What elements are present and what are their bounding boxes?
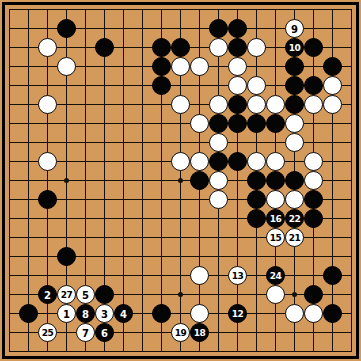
intersection [304,133,323,152]
intersection [114,95,133,114]
black-stone [247,171,266,190]
intersection [133,95,152,114]
white-stone [285,190,304,209]
black-stone [304,76,323,95]
white-stone-move-7: 7 [76,323,95,342]
move-number: 1 [63,309,70,319]
black-stone [323,304,342,323]
intersection [323,0,342,19]
intersection [285,342,304,361]
intersection [209,342,228,361]
move-number: 16 [270,215,282,224]
white-stone [190,114,209,133]
intersection [38,133,57,152]
intersection [304,342,323,361]
black-stone-move-6: 6 [95,323,114,342]
intersection [38,209,57,228]
black-stone [19,304,38,323]
intersection [0,133,19,152]
black-stone [228,114,247,133]
intersection [342,95,361,114]
white-stone [171,57,190,76]
intersection [0,152,19,171]
intersection [95,76,114,95]
intersection [209,228,228,247]
intersection [19,190,38,209]
intersection [190,247,209,266]
intersection [228,247,247,266]
white-stone [171,95,190,114]
white-stone [304,171,323,190]
intersection [342,342,361,361]
black-stone [323,266,342,285]
black-stone [304,285,323,304]
white-stone [209,95,228,114]
intersection [190,95,209,114]
intersection [342,76,361,95]
intersection [114,266,133,285]
intersection [19,95,38,114]
intersection [190,209,209,228]
black-stone-move-8: 8 [76,304,95,323]
intersection [304,266,323,285]
intersection [209,304,228,323]
intersection [133,57,152,76]
intersection [228,285,247,304]
intersection [76,133,95,152]
intersection [228,190,247,209]
intersection [57,171,76,190]
intersection [57,152,76,171]
intersection [171,114,190,133]
intersection [171,304,190,323]
intersection [133,266,152,285]
intersection [323,323,342,342]
intersection [0,38,19,57]
black-stone [304,38,323,57]
intersection [133,19,152,38]
intersection [247,19,266,38]
intersection [342,247,361,266]
intersection [152,133,171,152]
black-stone [171,38,190,57]
white-stone-move-1: 1 [57,304,76,323]
intersection [76,209,95,228]
intersection [304,247,323,266]
black-stone [209,114,228,133]
intersection [133,285,152,304]
intersection [0,0,19,19]
intersection [171,266,190,285]
intersection [0,342,19,361]
intersection [19,76,38,95]
intersection [19,247,38,266]
intersection [57,38,76,57]
intersection [304,0,323,19]
intersection [0,19,19,38]
intersection [266,76,285,95]
intersection [228,228,247,247]
intersection [133,304,152,323]
white-stone [190,304,209,323]
intersection [0,247,19,266]
intersection [95,95,114,114]
black-stone [228,19,247,38]
move-number: 4 [120,309,127,319]
white-stone [266,285,285,304]
intersection [342,209,361,228]
intersection [19,152,38,171]
intersection [190,76,209,95]
intersection [0,171,19,190]
black-stone-move-10: 10 [285,38,304,57]
intersection [95,114,114,133]
intersection [190,38,209,57]
intersection [133,190,152,209]
intersection [133,114,152,133]
intersection [342,323,361,342]
intersection [57,323,76,342]
white-stone [228,57,247,76]
intersection [114,209,133,228]
intersection [342,133,361,152]
intersection [95,0,114,19]
intersection [95,228,114,247]
white-stone-move-5: 5 [76,285,95,304]
intersection [38,0,57,19]
intersection [285,266,304,285]
black-stone [304,190,323,209]
intersection [76,266,95,285]
intersection [95,133,114,152]
intersection [152,209,171,228]
intersection [342,57,361,76]
intersection [76,190,95,209]
intersection [152,285,171,304]
intersection [133,0,152,19]
intersection [76,38,95,57]
intersection [228,171,247,190]
intersection [19,114,38,133]
intersection [152,114,171,133]
intersection [342,171,361,190]
intersection [38,114,57,133]
intersection [114,114,133,133]
intersection [323,228,342,247]
intersection [38,19,57,38]
intersection [19,133,38,152]
intersection [0,190,19,209]
black-stone-move-12: 12 [228,304,247,323]
white-stone [247,152,266,171]
intersection [76,57,95,76]
intersection [133,342,152,361]
intersection [19,228,38,247]
white-stone [304,304,323,323]
white-stone-move-19: 19 [171,323,190,342]
black-stone [285,95,304,114]
intersection [95,152,114,171]
intersection [57,76,76,95]
move-number: 27 [61,291,73,300]
intersection [323,152,342,171]
move-number: 5 [82,290,89,300]
white-stone [209,171,228,190]
intersection [152,19,171,38]
intersection [19,171,38,190]
intersection [342,19,361,38]
black-stone [266,114,285,133]
intersection [247,57,266,76]
move-number: 8 [82,309,89,319]
intersection [266,247,285,266]
intersection [171,209,190,228]
black-stone [190,171,209,190]
intersection [0,266,19,285]
intersection [38,342,57,361]
move-number: 2 [44,290,51,300]
intersection [342,152,361,171]
white-stone [190,152,209,171]
white-stone-move-15: 15 [266,228,285,247]
intersection [209,323,228,342]
intersection [266,0,285,19]
white-stone-move-3: 3 [95,304,114,323]
intersection [247,323,266,342]
intersection [133,209,152,228]
intersection [171,285,190,304]
intersection [152,171,171,190]
intersection [247,247,266,266]
move-number: 15 [270,234,282,243]
intersection [247,0,266,19]
intersection [171,76,190,95]
white-stone-move-9: 9 [285,19,304,38]
intersection [152,266,171,285]
intersection [171,190,190,209]
black-stone [247,114,266,133]
intersection [133,38,152,57]
intersection [323,285,342,304]
black-stone [266,171,285,190]
white-stone [38,95,57,114]
intersection [342,266,361,285]
move-number: 21 [289,234,301,243]
intersection [190,0,209,19]
move-number: 18 [194,329,206,338]
intersection [171,0,190,19]
white-stone [171,152,190,171]
intersection [285,285,304,304]
intersection [133,228,152,247]
intersection [57,228,76,247]
intersection [76,0,95,19]
black-stone-move-4: 4 [114,304,133,323]
black-stone [152,38,171,57]
intersection [0,209,19,228]
intersection [304,228,323,247]
black-stone [304,209,323,228]
intersection [57,209,76,228]
black-stone [38,190,57,209]
intersection [266,57,285,76]
intersection [0,76,19,95]
black-stone [57,247,76,266]
intersection [247,304,266,323]
intersection [57,133,76,152]
intersection [57,342,76,361]
intersection [95,57,114,76]
intersection [76,171,95,190]
intersection [266,19,285,38]
intersection [342,38,361,57]
intersection [209,209,228,228]
intersection [38,57,57,76]
black-stone [95,38,114,57]
black-stone-move-16: 16 [266,209,285,228]
intersection [57,0,76,19]
intersection [152,247,171,266]
black-stone [323,57,342,76]
intersection [266,38,285,57]
intersection [285,247,304,266]
intersection [0,285,19,304]
intersection [0,323,19,342]
intersection [95,209,114,228]
black-stone [57,19,76,38]
white-stone [266,95,285,114]
black-stone [228,38,247,57]
intersection [19,209,38,228]
intersection [209,266,228,285]
intersection [0,228,19,247]
intersection [0,95,19,114]
white-stone [247,38,266,57]
intersection [114,323,133,342]
white-stone [57,57,76,76]
intersection [152,190,171,209]
intersection [19,342,38,361]
intersection [323,114,342,133]
white-stone [304,152,323,171]
intersection [209,76,228,95]
intersection [171,247,190,266]
intersection [342,304,361,323]
intersection [247,228,266,247]
black-stone-move-24: 24 [266,266,285,285]
intersection [190,228,209,247]
move-number: 25 [42,329,54,338]
intersection [95,266,114,285]
intersection [285,323,304,342]
intersection [57,266,76,285]
intersection [76,95,95,114]
intersection [38,171,57,190]
intersection [152,342,171,361]
intersection [19,19,38,38]
move-number: 3 [101,309,108,319]
intersection [38,228,57,247]
intersection [95,190,114,209]
intersection [114,76,133,95]
intersection [323,190,342,209]
black-stone [228,152,247,171]
intersection [190,19,209,38]
black-stone [285,76,304,95]
intersection [190,133,209,152]
intersection [133,247,152,266]
intersection [152,95,171,114]
black-stone [247,209,266,228]
intersection [171,133,190,152]
intersection [95,171,114,190]
white-stone [228,76,247,95]
intersection [57,95,76,114]
intersection [76,247,95,266]
white-stone [285,304,304,323]
intersection [304,323,323,342]
intersection [114,228,133,247]
move-number: 12 [232,310,244,319]
intersection [152,152,171,171]
intersection [190,190,209,209]
intersection [19,323,38,342]
intersection [190,285,209,304]
intersection [342,228,361,247]
white-stone [209,38,228,57]
intersection [266,304,285,323]
black-stone-move-22: 22 [285,209,304,228]
intersection [209,57,228,76]
intersection [133,171,152,190]
white-stone [38,38,57,57]
intersection [38,266,57,285]
white-stone-move-27: 27 [57,285,76,304]
intersection [323,38,342,57]
intersection [285,0,304,19]
intersection [19,0,38,19]
white-stone [247,76,266,95]
intersection [133,133,152,152]
intersection [0,57,19,76]
move-number: 7 [82,328,89,338]
black-stone [209,19,228,38]
intersection [95,247,114,266]
intersection [114,38,133,57]
intersection [114,190,133,209]
intersection [114,247,133,266]
intersection [247,133,266,152]
intersection [171,171,190,190]
intersection [95,19,114,38]
intersection [323,171,342,190]
intersection [266,323,285,342]
go-board: 910162215211324227518341225761918 [0,0,361,361]
move-number: 6 [101,328,108,338]
intersection [114,152,133,171]
intersection [228,342,247,361]
white-stone [285,114,304,133]
intersection [171,342,190,361]
intersection [57,190,76,209]
intersection [76,228,95,247]
black-stone [285,171,304,190]
intersection [266,133,285,152]
black-stone [95,285,114,304]
black-stone [228,95,247,114]
move-number: 22 [289,215,301,224]
intersection [228,133,247,152]
